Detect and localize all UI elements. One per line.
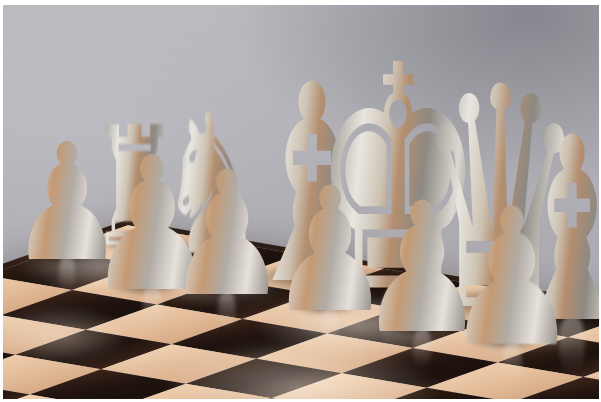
piece-white-pawn-c2: ♟ (444, 184, 580, 374)
scene: ♜♞♟♝♚♟♟♛♟♝♟♟ (0, 0, 601, 402)
piece-layer: ♜♞♟♝♚♟♟♛♟♝♟♟ (0, 0, 601, 402)
photo-frame: ♜♞♟♝♚♟♟♛♟♝♟♟ (0, 0, 601, 402)
